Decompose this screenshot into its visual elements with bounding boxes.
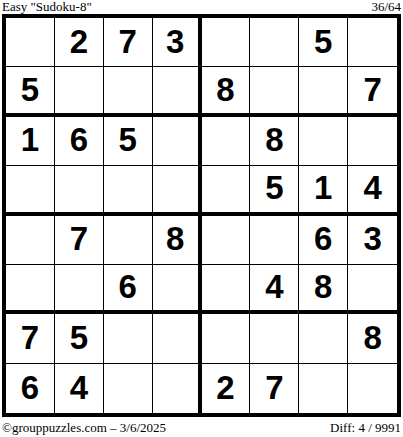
given-digit: 3 (166, 25, 184, 58)
cell-r4c5[interactable] (202, 166, 251, 215)
cell-r1c4[interactable]: 3 (153, 18, 202, 67)
given-digit: 7 (363, 73, 381, 106)
cell-r1c6[interactable] (250, 18, 299, 67)
given-digit: 5 (21, 73, 39, 106)
cell-r5c1[interactable] (6, 216, 55, 265)
given-digit: 6 (314, 222, 332, 255)
cell-r7c5[interactable] (202, 314, 251, 363)
empty-cell-counter: 36/64 (371, 0, 401, 14)
given-digit: 3 (363, 222, 381, 255)
header: Easy "Sudoku-8" 36/64 (0, 0, 403, 14)
given-digit: 5 (314, 25, 332, 58)
cell-r2c4[interactable] (153, 67, 202, 116)
cell-r5c4[interactable]: 8 (153, 216, 202, 265)
cell-r5c6[interactable] (250, 216, 299, 265)
given-digit: 6 (70, 123, 88, 156)
given-digit: 8 (265, 123, 283, 156)
cell-r6c7[interactable]: 8 (299, 265, 348, 314)
cell-r4c4[interactable] (153, 166, 202, 215)
cell-r3c5[interactable] (202, 117, 251, 166)
cell-r5c3[interactable] (104, 216, 153, 265)
cell-r6c4[interactable] (153, 265, 202, 314)
footer: ©grouppuzzles.com – 3/6/2025 Diff: 4 / 9… (0, 417, 403, 435)
cell-r6c6[interactable]: 4 (250, 265, 299, 314)
given-digit: 5 (70, 321, 88, 354)
given-digit: 4 (363, 171, 381, 204)
cell-r3c6[interactable]: 8 (250, 117, 299, 166)
cell-r7c1[interactable]: 7 (6, 314, 55, 363)
cell-r3c3[interactable]: 5 (104, 117, 153, 166)
cell-r3c4[interactable] (153, 117, 202, 166)
cell-r2c5[interactable]: 8 (202, 67, 251, 116)
cell-r7c7[interactable] (299, 314, 348, 363)
given-digit: 6 (21, 371, 39, 404)
cell-r1c8[interactable] (348, 18, 397, 67)
cell-r4c8[interactable]: 4 (348, 166, 397, 215)
given-digit: 4 (265, 270, 283, 303)
given-digit: 4 (70, 371, 88, 404)
given-digit: 7 (119, 25, 137, 58)
given-digit: 8 (166, 222, 184, 255)
footer-difficulty: Diff: 4 / 9991 (330, 420, 401, 435)
given-digit: 1 (21, 123, 39, 156)
given-digit: 7 (70, 222, 88, 255)
cell-r3c7[interactable] (299, 117, 348, 166)
cell-r4c6[interactable]: 5 (250, 166, 299, 215)
cell-r8c6[interactable]: 7 (250, 364, 299, 413)
cell-r1c3[interactable]: 7 (104, 18, 153, 67)
footer-copyright-date: ©grouppuzzles.com – 3/6/2025 (2, 420, 166, 435)
sudoku-board: 2735587165851478636487586427 (2, 14, 401, 417)
cell-r8c7[interactable] (299, 364, 348, 413)
cell-r3c2[interactable]: 6 (55, 117, 104, 166)
cell-r7c3[interactable] (104, 314, 153, 363)
cell-r7c8[interactable]: 8 (348, 314, 397, 363)
cell-r7c6[interactable] (250, 314, 299, 363)
cell-r8c1[interactable]: 6 (6, 364, 55, 413)
cell-r2c2[interactable] (55, 67, 104, 116)
cell-r4c7[interactable]: 1 (299, 166, 348, 215)
given-digit: 1 (314, 171, 332, 204)
cell-r1c7[interactable]: 5 (299, 18, 348, 67)
cell-r2c7[interactable] (299, 67, 348, 116)
cell-r1c1[interactable] (6, 18, 55, 67)
cell-r6c8[interactable] (348, 265, 397, 314)
given-digit: 7 (21, 321, 39, 354)
given-digit: 8 (314, 270, 332, 303)
cell-r8c3[interactable] (104, 364, 153, 413)
given-digit: 5 (265, 171, 283, 204)
cell-r6c2[interactable] (55, 265, 104, 314)
cell-r1c2[interactable]: 2 (55, 18, 104, 67)
cell-r6c1[interactable] (6, 265, 55, 314)
cell-r2c1[interactable]: 5 (6, 67, 55, 116)
cell-r8c8[interactable] (348, 364, 397, 413)
cell-r2c3[interactable] (104, 67, 153, 116)
given-digit: 6 (119, 270, 137, 303)
cell-r7c4[interactable] (153, 314, 202, 363)
cell-r4c1[interactable] (6, 166, 55, 215)
cell-r2c8[interactable]: 7 (348, 67, 397, 116)
cell-r3c1[interactable]: 1 (6, 117, 55, 166)
given-digit: 8 (363, 321, 381, 354)
cell-r5c8[interactable]: 3 (348, 216, 397, 265)
cell-r5c5[interactable] (202, 216, 251, 265)
cell-r4c2[interactable] (55, 166, 104, 215)
puzzle-page: Easy "Sudoku-8" 36/64 273558716585147863… (0, 0, 403, 437)
cell-r6c5[interactable] (202, 265, 251, 314)
given-digit: 7 (265, 371, 283, 404)
cell-r2c6[interactable] (250, 67, 299, 116)
puzzle-title: Easy "Sudoku-8" (2, 0, 92, 14)
cell-r8c2[interactable]: 4 (55, 364, 104, 413)
cell-r8c5[interactable]: 2 (202, 364, 251, 413)
cell-r7c2[interactable]: 5 (55, 314, 104, 363)
cell-r6c3[interactable]: 6 (104, 265, 153, 314)
cell-r3c8[interactable] (348, 117, 397, 166)
cell-r5c2[interactable]: 7 (55, 216, 104, 265)
cell-r1c5[interactable] (202, 18, 251, 67)
given-digit: 8 (216, 73, 234, 106)
given-digit: 2 (70, 25, 88, 58)
cell-r4c3[interactable] (104, 166, 153, 215)
given-digit: 2 (216, 371, 234, 404)
cell-r8c4[interactable] (153, 364, 202, 413)
cell-r5c7[interactable]: 6 (299, 216, 348, 265)
given-digit: 5 (119, 123, 137, 156)
